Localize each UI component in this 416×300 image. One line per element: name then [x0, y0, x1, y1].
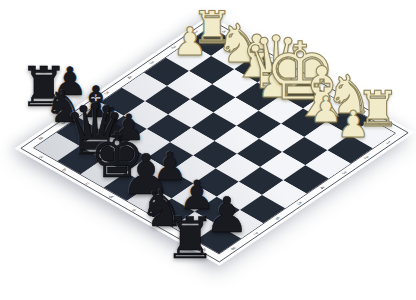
coordinate-label: 3 [341, 171, 348, 175]
coordinate-label: 8 [230, 246, 237, 250]
black-rook[interactable]: ♜ [164, 210, 215, 267]
coordinate-label: 4 [318, 186, 325, 190]
coordinate-label: 1 [385, 140, 392, 144]
chess-set-photo: aa11bb22cc33dd44ee55ff66gg77hh88 ♜♞♝♛♚♝♞… [0, 0, 416, 300]
coordinate-label: a [38, 154, 45, 158]
coordinate-label: 2 [363, 156, 370, 160]
coordinate-label: 7 [252, 231, 259, 235]
white-pawn[interactable]: ♟ [336, 106, 369, 143]
coordinate-label: 5 [296, 201, 303, 205]
coordinate-label: 6 [274, 216, 281, 220]
coordinate-label: d [108, 194, 115, 198]
coordinate-label: e [131, 208, 138, 212]
white-pawn[interactable]: ♟ [173, 22, 208, 61]
